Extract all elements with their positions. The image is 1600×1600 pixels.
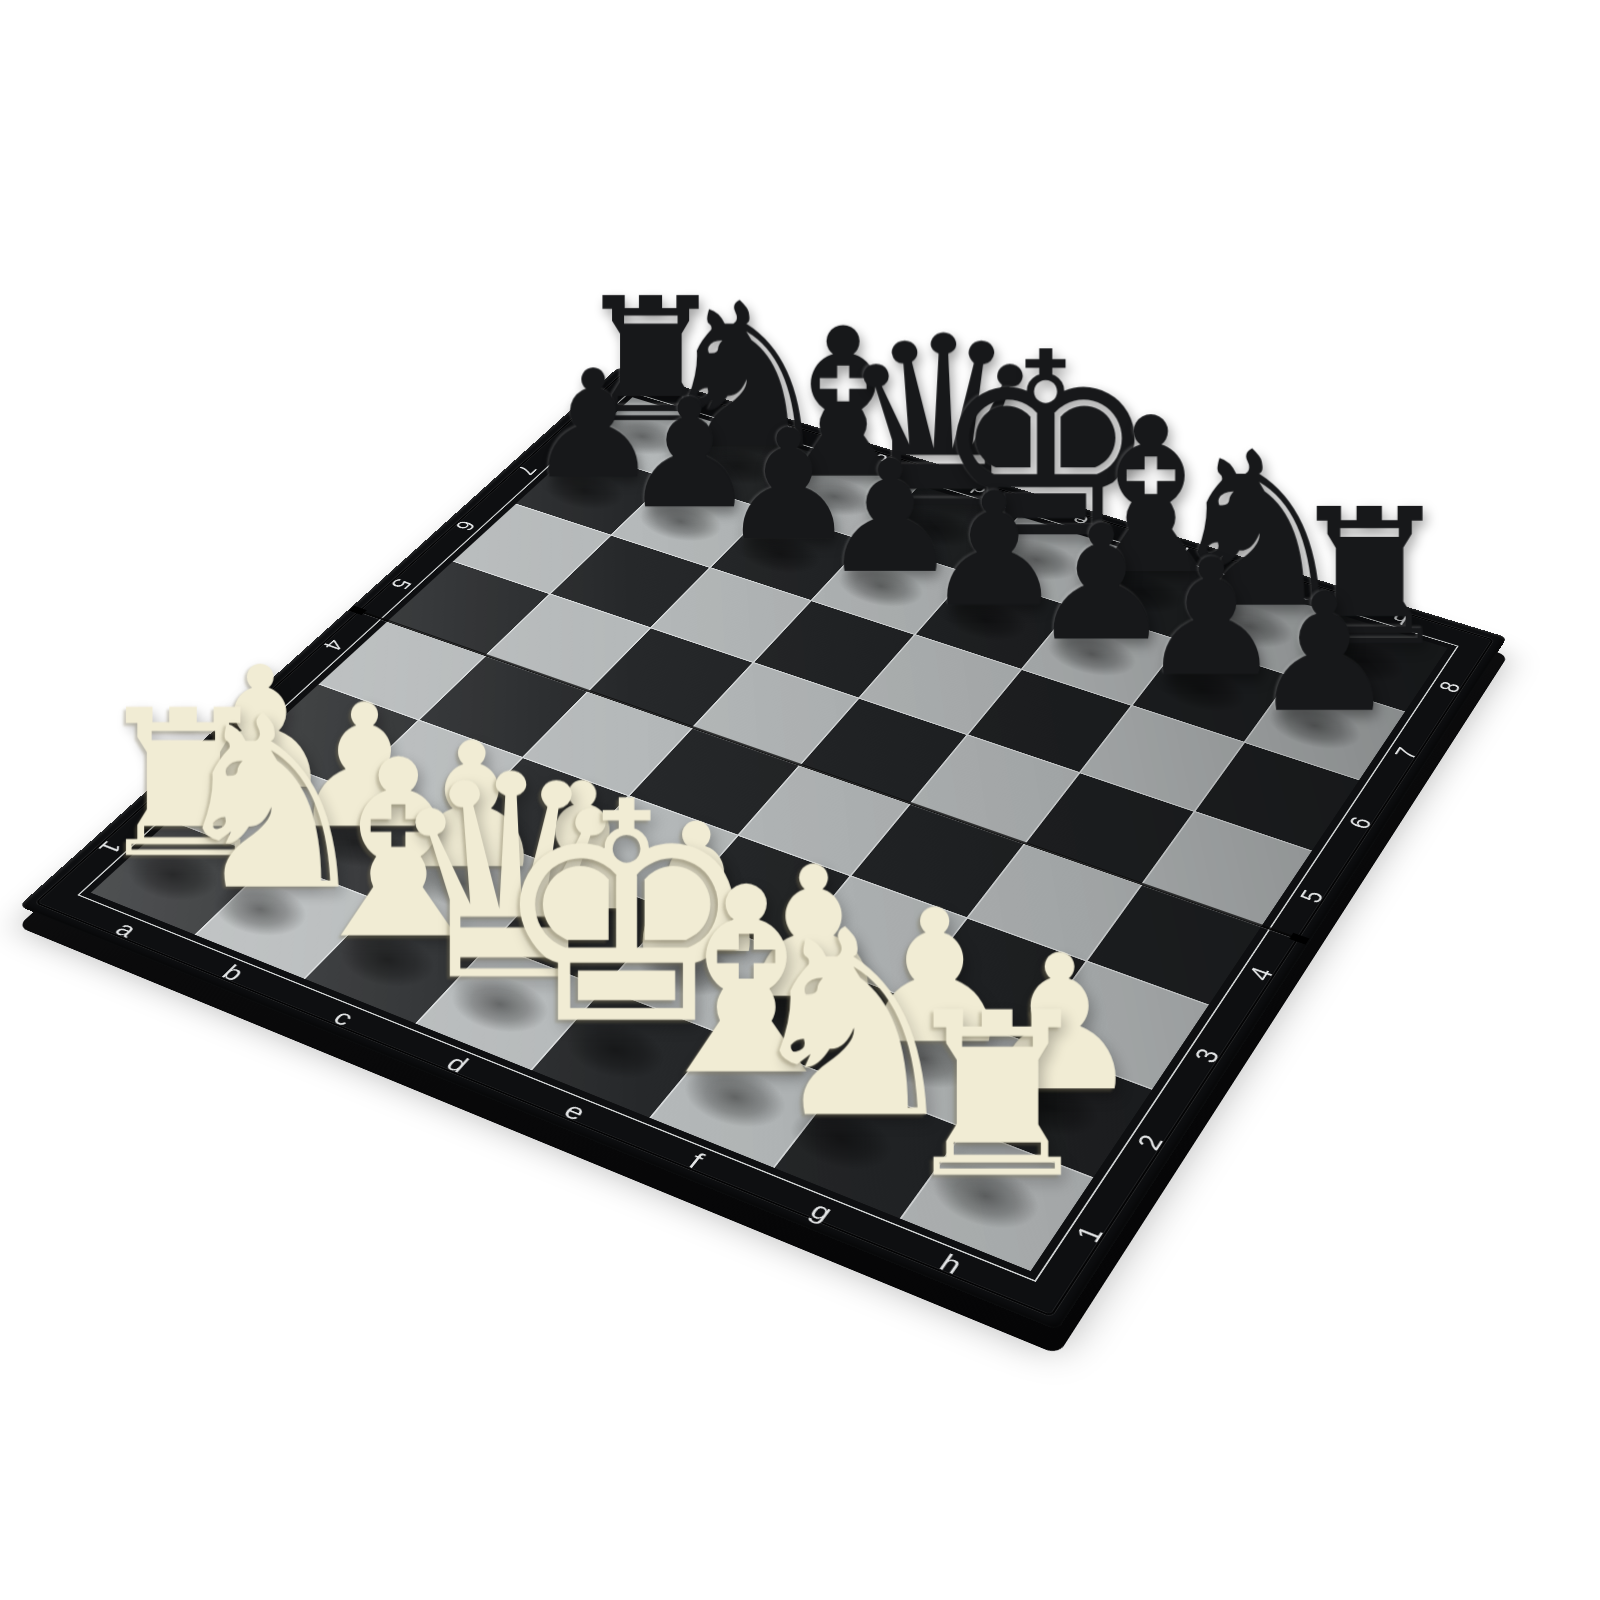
board-face: a b c d e f g h a b c d e f g h 1 2 3 4 … <box>19 367 1508 1331</box>
chess-board: a b c d e f g h a b c d e f g h 1 2 3 4 … <box>19 367 1508 1331</box>
product-photo-scene: a b c d e f g h a b c d e f g h 1 2 3 4 … <box>0 0 1600 1600</box>
